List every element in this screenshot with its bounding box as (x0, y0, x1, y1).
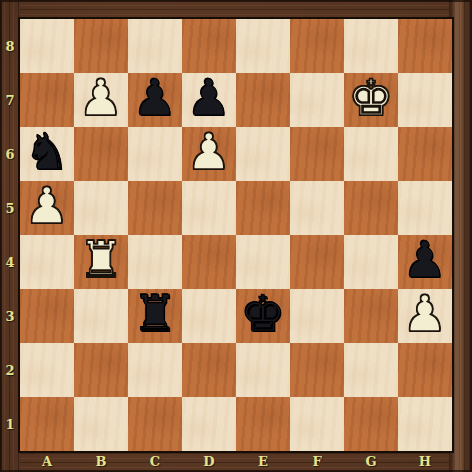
square-e5[interactable] (236, 181, 290, 235)
square-g3[interactable] (344, 289, 398, 343)
square-d8[interactable] (182, 19, 236, 73)
square-h4[interactable]: ♟ (398, 235, 452, 289)
square-h1[interactable] (398, 397, 452, 451)
square-g5[interactable] (344, 181, 398, 235)
square-c1[interactable] (128, 397, 182, 451)
square-h6[interactable] (398, 127, 452, 181)
white-pawn-b7[interactable]: ♟ (79, 73, 124, 123)
square-c5[interactable] (128, 181, 182, 235)
square-e6[interactable] (236, 127, 290, 181)
file-coordinates: ABCDEFGH (20, 451, 452, 472)
square-f6[interactable] (290, 127, 344, 181)
square-d7[interactable]: ♟ (182, 73, 236, 127)
square-g8[interactable] (344, 19, 398, 73)
square-g4[interactable] (344, 235, 398, 289)
file-label-b: B (74, 451, 128, 472)
file-label-e: E (236, 451, 290, 472)
rank-label-5: 5 (0, 181, 20, 235)
file-label-a: A (20, 451, 74, 472)
square-a3[interactable] (20, 289, 74, 343)
square-a1[interactable] (20, 397, 74, 451)
wood-border-right (449, 0, 472, 472)
rank-label-3: 3 (0, 289, 20, 343)
square-d5[interactable] (182, 181, 236, 235)
square-g1[interactable] (344, 397, 398, 451)
square-a8[interactable] (20, 19, 74, 73)
file-label-g: G (344, 451, 398, 472)
square-a5[interactable]: ♟ (20, 181, 74, 235)
black-knight-a6[interactable]: ♞ (25, 127, 70, 177)
square-a6[interactable]: ♞ (20, 127, 74, 181)
chess-board: ♟♟♟♚♞♟♟♜♟♜♚♟ (20, 19, 452, 451)
white-pawn-h3[interactable]: ♟ (403, 289, 448, 339)
file-label-h: H (398, 451, 452, 472)
square-b7[interactable]: ♟ (74, 73, 128, 127)
black-king-e3[interactable]: ♚ (241, 289, 286, 339)
square-h2[interactable] (398, 343, 452, 397)
square-c2[interactable] (128, 343, 182, 397)
square-e8[interactable] (236, 19, 290, 73)
square-a2[interactable] (20, 343, 74, 397)
rank-label-8: 8 (0, 19, 20, 73)
square-h5[interactable] (398, 181, 452, 235)
square-h7[interactable] (398, 73, 452, 127)
square-c8[interactable] (128, 19, 182, 73)
square-d6[interactable]: ♟ (182, 127, 236, 181)
square-a7[interactable] (20, 73, 74, 127)
white-rook-b4[interactable]: ♜ (79, 235, 124, 285)
square-b4[interactable]: ♜ (74, 235, 128, 289)
square-b3[interactable] (74, 289, 128, 343)
square-a4[interactable] (20, 235, 74, 289)
square-g2[interactable] (344, 343, 398, 397)
square-b2[interactable] (74, 343, 128, 397)
square-h3[interactable]: ♟ (398, 289, 452, 343)
rank-coordinates: 87654321 (0, 19, 20, 451)
square-h8[interactable] (398, 19, 452, 73)
file-label-c: C (128, 451, 182, 472)
white-king-g7[interactable]: ♚ (349, 73, 394, 123)
file-label-f: F (290, 451, 344, 472)
square-b6[interactable] (74, 127, 128, 181)
square-b1[interactable] (74, 397, 128, 451)
black-pawn-h4[interactable]: ♟ (403, 235, 448, 285)
black-pawn-c7[interactable]: ♟ (133, 73, 178, 123)
square-e7[interactable] (236, 73, 290, 127)
square-c3[interactable]: ♜ (128, 289, 182, 343)
square-e1[interactable] (236, 397, 290, 451)
square-d2[interactable] (182, 343, 236, 397)
square-g6[interactable] (344, 127, 398, 181)
wood-border-top (0, 0, 472, 19)
square-f7[interactable] (290, 73, 344, 127)
square-d1[interactable] (182, 397, 236, 451)
white-pawn-a5[interactable]: ♟ (25, 181, 70, 231)
square-g7[interactable]: ♚ (344, 73, 398, 127)
square-f3[interactable] (290, 289, 344, 343)
square-e4[interactable] (236, 235, 290, 289)
square-f1[interactable] (290, 397, 344, 451)
white-pawn-d6[interactable]: ♟ (187, 127, 232, 177)
rank-label-4: 4 (0, 235, 20, 289)
black-pawn-d7[interactable]: ♟ (187, 73, 232, 123)
rank-label-2: 2 (0, 343, 20, 397)
file-label-d: D (182, 451, 236, 472)
black-rook-c3[interactable]: ♜ (133, 289, 178, 339)
square-b8[interactable] (74, 19, 128, 73)
square-c4[interactable] (128, 235, 182, 289)
square-f4[interactable] (290, 235, 344, 289)
rank-label-6: 6 (0, 127, 20, 181)
square-c7[interactable]: ♟ (128, 73, 182, 127)
square-b5[interactable] (74, 181, 128, 235)
square-f2[interactable] (290, 343, 344, 397)
square-e3[interactable]: ♚ (236, 289, 290, 343)
square-d4[interactable] (182, 235, 236, 289)
square-c6[interactable] (128, 127, 182, 181)
board-frame: ♟♟♟♚♞♟♟♜♟♜♚♟ 87654321 ABCDEFGH (0, 0, 472, 472)
square-e2[interactable] (236, 343, 290, 397)
rank-label-1: 1 (0, 397, 20, 451)
square-f5[interactable] (290, 181, 344, 235)
rank-label-7: 7 (0, 73, 20, 127)
square-d3[interactable] (182, 289, 236, 343)
square-f8[interactable] (290, 19, 344, 73)
